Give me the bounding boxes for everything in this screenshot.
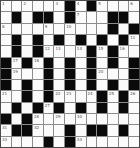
black-cell-r5c9: [87, 46, 97, 56]
white-cell-r1c11[interactable]: [108, 1, 118, 11]
black-cell-r1c9: [87, 1, 97, 11]
white-cell-r3c12[interactable]: [119, 24, 129, 34]
black-cell-r5c4: [33, 46, 43, 56]
black-cell-r7c13: [129, 69, 139, 79]
white-cell-r13c4[interactable]: [33, 137, 43, 147]
black-cell-r10c10: [97, 103, 107, 113]
white-cell-r11c13[interactable]: [129, 114, 139, 124]
black-cell-r6c7: [65, 58, 75, 68]
clue-number-20: 20: [98, 69, 103, 74]
black-cell-r9c12: [119, 91, 129, 101]
white-cell-r4c1[interactable]: [1, 35, 11, 45]
black-cell-r4c4: [33, 35, 43, 45]
white-cell-r5c1[interactable]: [1, 46, 11, 56]
white-cell-r13c13[interactable]: [129, 137, 139, 147]
black-cell-r6c11: [108, 58, 118, 68]
white-cell-r11c4[interactable]: 28: [33, 114, 43, 124]
white-cell-r10c1[interactable]: [1, 103, 11, 113]
clue-number-12: 12: [45, 46, 50, 51]
white-cell-r1c2[interactable]: [12, 1, 22, 11]
black-cell-r4c8: [76, 35, 86, 45]
white-cell-r4c13[interactable]: 11: [129, 35, 139, 45]
white-cell-r5c5[interactable]: 12: [44, 46, 54, 56]
white-cell-r11c7[interactable]: [65, 114, 75, 124]
black-cell-r6c3: [22, 58, 32, 68]
black-cell-r12c7: [65, 125, 75, 135]
white-cell-r6c12[interactable]: [119, 58, 129, 68]
white-cell-r11c6[interactable]: 29: [54, 114, 64, 124]
black-cell-r8c3: [22, 80, 32, 90]
black-cell-r12c3: [22, 125, 32, 135]
black-cell-r7c1: [1, 69, 11, 79]
white-cell-r13c12[interactable]: [119, 137, 129, 147]
clue-number-33: 33: [2, 137, 7, 142]
white-cell-r1c5[interactable]: [44, 1, 54, 11]
black-cell-r2c11: [108, 12, 118, 22]
crossword-puzzle: 1234567891011121314151617181920212223242…: [0, 0, 140, 148]
white-cell-r10c11[interactable]: [108, 103, 118, 113]
white-cell-r10c9[interactable]: [87, 103, 97, 113]
black-cell-r12c10: [97, 125, 107, 135]
white-cell-r13c8[interactable]: 34: [76, 137, 86, 147]
white-cell-r8c2[interactable]: [12, 80, 22, 90]
white-cell-r9c2[interactable]: [12, 91, 22, 101]
black-cell-r11c3: [22, 114, 32, 124]
white-cell-r1c3[interactable]: 2: [22, 1, 32, 11]
white-cell-r1c10[interactable]: 5: [97, 1, 107, 11]
black-cell-r4c10: [97, 35, 107, 45]
white-cell-r11c12[interactable]: [119, 114, 129, 124]
clue-number-6: 6: [130, 1, 133, 6]
black-cell-r2c5: [44, 12, 54, 22]
black-cell-r4c2: [12, 35, 22, 45]
black-cell-r8c13: [129, 80, 139, 90]
clue-number-32: 32: [34, 125, 39, 130]
white-cell-r12c4[interactable]: 32: [33, 125, 43, 135]
black-cell-r2c12: [119, 12, 129, 22]
black-cell-r9c3: [22, 91, 32, 101]
white-cell-r11c8[interactable]: 30: [76, 114, 86, 124]
clue-number-16: 16: [120, 46, 125, 51]
white-cell-r9c6[interactable]: 22: [54, 91, 64, 101]
white-cell-r6c4[interactable]: 18: [33, 58, 43, 68]
white-cell-r5c3[interactable]: [22, 46, 32, 56]
black-cell-r8c11: [108, 80, 118, 90]
black-cell-r11c1: [1, 114, 11, 124]
white-cell-r11c9[interactable]: [87, 114, 97, 124]
white-cell-r9c4[interactable]: [33, 91, 43, 101]
clue-number-11: 11: [130, 35, 135, 40]
white-cell-r5c12[interactable]: 16: [119, 46, 129, 56]
black-cell-r2c2: [12, 12, 22, 22]
black-cell-r6c9: [87, 58, 97, 68]
white-cell-r12c8[interactable]: [76, 125, 86, 135]
white-cell-r1c13[interactable]: 6: [129, 1, 139, 11]
clue-number-24: 24: [88, 91, 93, 96]
black-cell-r2c7: [65, 12, 75, 22]
clue-number-28: 28: [34, 114, 39, 119]
white-cell-r8c10[interactable]: [97, 80, 107, 90]
white-cell-r12c5[interactable]: [44, 125, 54, 135]
white-cell-r5c6[interactable]: 13: [54, 46, 64, 56]
white-cell-r11c2[interactable]: [12, 114, 22, 124]
white-cell-r10c13[interactable]: [129, 103, 139, 113]
white-cell-r13c1[interactable]: 33: [1, 137, 11, 147]
clue-number-3: 3: [55, 1, 58, 6]
white-cell-r13c2[interactable]: [12, 137, 22, 147]
white-cell-r12c13[interactable]: [129, 125, 139, 135]
black-cell-r6c1: [1, 58, 11, 68]
clue-number-7: 7: [77, 12, 80, 17]
clue-number-26: 26: [130, 91, 135, 96]
white-cell-r2c3[interactable]: [22, 12, 32, 22]
white-cell-r3c7[interactable]: 10: [65, 24, 75, 34]
clue-number-13: 13: [55, 46, 60, 51]
white-cell-r11c10[interactable]: [97, 114, 107, 124]
white-cell-r5c7[interactable]: [65, 46, 75, 56]
white-cell-r4c5[interactable]: [44, 35, 54, 45]
white-cell-r5c10[interactable]: 15: [97, 46, 107, 56]
clue-number-2: 2: [23, 1, 26, 6]
white-cell-r13c9[interactable]: [87, 137, 97, 147]
white-cell-r13c11[interactable]: [108, 137, 118, 147]
clue-number-18: 18: [34, 58, 39, 63]
black-cell-r3c13: [129, 24, 139, 34]
clue-number-29: 29: [55, 114, 60, 119]
white-cell-r7c8[interactable]: [76, 69, 86, 79]
white-cell-r6c8[interactable]: [76, 58, 86, 68]
black-cell-r5c11: [108, 46, 118, 56]
white-cell-r2c1[interactable]: [1, 12, 11, 22]
white-cell-r8c6[interactable]: [54, 80, 64, 90]
white-cell-r13c6[interactable]: [54, 137, 64, 147]
white-cell-r9c11[interactable]: 25: [108, 91, 118, 101]
white-cell-r11c5[interactable]: [44, 114, 54, 124]
black-cell-r5c2: [12, 46, 22, 56]
black-cell-r8c1: [1, 80, 11, 90]
white-cell-r5c8[interactable]: 14: [76, 46, 86, 56]
black-cell-r9c5: [44, 91, 54, 101]
clue-number-27: 27: [45, 103, 50, 108]
white-cell-r3c3[interactable]: [22, 24, 32, 34]
black-cell-r7c5: [44, 69, 54, 79]
clue-number-31: 31: [2, 125, 7, 130]
white-cell-r3c2[interactable]: [12, 24, 22, 34]
white-cell-r5c13[interactable]: [129, 46, 139, 56]
white-cell-r9c8[interactable]: [76, 91, 86, 101]
black-cell-r4c12: [119, 35, 129, 45]
black-cell-r9c10: [97, 91, 107, 101]
white-cell-r12c11[interactable]: [108, 125, 118, 135]
white-cell-r2c8[interactable]: 7: [76, 12, 86, 22]
white-cell-r1c8[interactable]: 4: [76, 1, 86, 11]
black-cell-r10c2: [12, 103, 22, 113]
crossword-grid: 1234567891011121314151617181920212223242…: [0, 0, 140, 148]
clue-number-22: 22: [55, 91, 60, 96]
clue-number-34: 34: [77, 137, 82, 142]
clue-number-1: 1: [2, 1, 5, 6]
white-cell-r1c12[interactable]: [119, 1, 129, 11]
white-cell-r4c11[interactable]: [108, 35, 118, 45]
black-cell-r3c11: [108, 24, 118, 34]
white-cell-r9c9[interactable]: 24: [87, 91, 97, 101]
white-cell-r3c1[interactable]: 8: [1, 24, 11, 34]
white-cell-r4c9[interactable]: [87, 35, 97, 45]
white-cell-r7c12[interactable]: [119, 69, 129, 79]
white-cell-r3c4[interactable]: [33, 24, 43, 34]
white-cell-r13c3[interactable]: [22, 137, 32, 147]
black-cell-r7c9: [87, 69, 97, 79]
white-cell-r1c1[interactable]: 1: [1, 1, 11, 11]
white-cell-r8c4[interactable]: [33, 80, 43, 90]
black-cell-r6c5: [44, 58, 54, 68]
white-cell-r2c6[interactable]: [54, 12, 64, 22]
black-cell-r13c5: [44, 137, 54, 147]
black-cell-r6c13: [129, 58, 139, 68]
white-cell-r4c3[interactable]: [22, 35, 32, 45]
white-cell-r2c13[interactable]: [129, 12, 139, 22]
clue-number-10: 10: [66, 24, 71, 29]
white-cell-r7c10[interactable]: 20: [97, 69, 107, 79]
white-cell-r7c4[interactable]: [33, 69, 43, 79]
black-cell-r7c7: [65, 69, 75, 79]
clue-number-25: 25: [109, 91, 114, 96]
white-cell-r10c7[interactable]: [65, 103, 75, 113]
white-cell-r12c1[interactable]: 31: [1, 125, 11, 135]
black-cell-r12c9: [87, 125, 97, 135]
white-cell-r7c11[interactable]: [108, 69, 118, 79]
white-cell-r1c4[interactable]: [33, 1, 43, 11]
white-cell-r3c6[interactable]: [54, 24, 64, 34]
white-cell-r3c8[interactable]: [76, 24, 86, 34]
clue-number-14: 14: [77, 46, 82, 51]
black-cell-r8c5: [44, 80, 54, 90]
white-cell-r3c10[interactable]: [97, 24, 107, 34]
white-cell-r7c2[interactable]: 19: [12, 69, 22, 79]
white-cell-r7c6[interactable]: [54, 69, 64, 79]
white-cell-r6c2[interactable]: 17: [12, 58, 22, 68]
white-cell-r9c13[interactable]: 26: [129, 91, 139, 101]
clue-number-21: 21: [2, 91, 7, 96]
clue-number-9: 9: [45, 24, 48, 29]
white-cell-r2c10[interactable]: [97, 12, 107, 22]
black-cell-r10c8: [76, 103, 86, 113]
clue-number-30: 30: [77, 114, 82, 119]
clue-number-5: 5: [98, 1, 101, 6]
clue-number-8: 8: [2, 24, 5, 29]
clue-number-19: 19: [13, 69, 18, 74]
black-cell-r10c6: [54, 103, 64, 113]
white-cell-r11c11[interactable]: [108, 114, 118, 124]
clue-number-15: 15: [98, 46, 103, 51]
black-cell-r8c9: [87, 80, 97, 90]
white-cell-r8c8[interactable]: [76, 80, 86, 90]
black-cell-r12c12: [119, 125, 129, 135]
white-cell-r6c10[interactable]: [97, 58, 107, 68]
white-cell-r6c6[interactable]: [54, 58, 64, 68]
black-cell-r12c2: [12, 125, 22, 135]
black-cell-r4c6: [54, 35, 64, 45]
white-cell-r7c3[interactable]: [22, 69, 32, 79]
white-cell-r9c7[interactable]: 23: [65, 91, 75, 101]
white-cell-r4c7[interactable]: [65, 35, 75, 45]
white-cell-r3c9[interactable]: [87, 24, 97, 34]
white-cell-r9c1[interactable]: 21: [1, 91, 11, 101]
black-cell-r8c7: [65, 80, 75, 90]
white-cell-r3c5[interactable]: 9: [44, 24, 54, 34]
white-cell-r1c6[interactable]: 3: [54, 1, 64, 11]
clue-number-23: 23: [66, 91, 71, 96]
black-cell-r10c4: [33, 103, 43, 113]
white-cell-r13c10[interactable]: [97, 137, 107, 147]
white-cell-r12c6[interactable]: [54, 125, 64, 135]
clue-number-4: 4: [77, 1, 80, 6]
white-cell-r10c5[interactable]: 27: [44, 103, 54, 113]
black-cell-r1c7: [65, 1, 75, 11]
white-cell-r10c3[interactable]: [22, 103, 32, 113]
white-cell-r2c9[interactable]: [87, 12, 97, 22]
white-cell-r8c12[interactable]: [119, 80, 129, 90]
black-cell-r2c4: [33, 12, 43, 22]
clue-number-17: 17: [13, 58, 18, 63]
black-cell-r10c12: [119, 103, 129, 113]
black-cell-r13c7: [65, 137, 75, 147]
